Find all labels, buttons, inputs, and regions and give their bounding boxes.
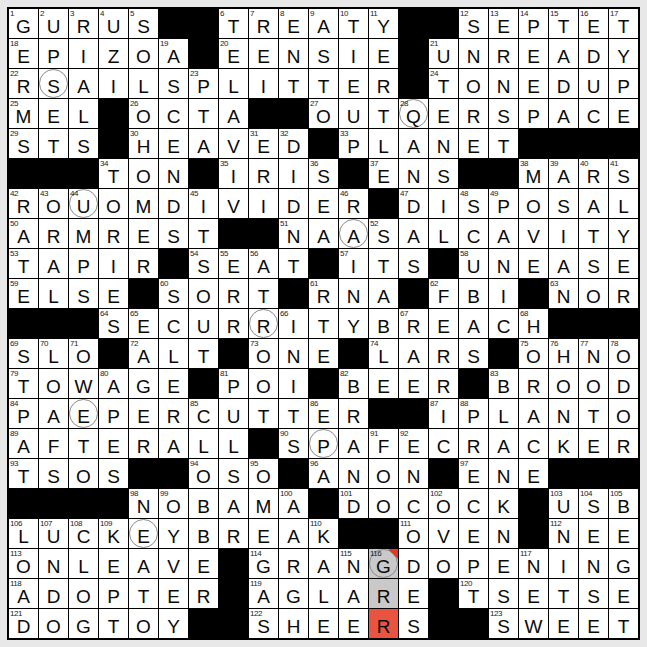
letter-cell[interactable]: E (459, 129, 488, 158)
letter-cell[interactable]: 91F (369, 429, 398, 458)
letter-cell[interactable]: T (249, 399, 278, 428)
letter-cell[interactable]: 93T (9, 459, 38, 488)
letter-cell[interactable]: 82B (339, 369, 368, 398)
letter-cell[interactable]: I (99, 69, 128, 98)
letter-cell[interactable]: 108C (69, 519, 98, 548)
letter-cell[interactable]: B (459, 279, 488, 308)
letter-cell[interactable]: 39A (549, 159, 578, 188)
letter-cell[interactable]: 66I (279, 309, 308, 338)
letter-cell[interactable]: 64S (99, 309, 128, 338)
letter-cell[interactable]: A (339, 429, 368, 458)
letter-cell[interactable]: A (219, 99, 248, 128)
letter-cell[interactable]: L (489, 399, 518, 428)
letter-cell[interactable]: 28Q (399, 99, 428, 128)
letter-cell[interactable]: S (159, 69, 188, 98)
letter-cell[interactable]: T (249, 279, 278, 308)
letter-cell[interactable]: 35I (219, 159, 248, 188)
letter-cell[interactable]: S (579, 249, 608, 278)
letter-cell[interactable]: O (549, 369, 578, 398)
letter-cell[interactable]: N (489, 69, 518, 98)
letter-cell[interactable]: 49P (489, 189, 518, 218)
letter-cell[interactable]: P (609, 69, 638, 98)
letter-cell[interactable]: I (99, 249, 128, 278)
letter-cell[interactable]: A (339, 579, 368, 608)
letter-cell[interactable]: R (249, 309, 278, 338)
letter-cell[interactable]: 18E (9, 39, 38, 68)
letter-cell[interactable]: T (369, 249, 398, 278)
letter-cell[interactable]: E (129, 399, 158, 428)
letter-cell[interactable]: D (39, 579, 68, 608)
letter-cell[interactable]: 80A (99, 369, 128, 398)
letter-cell[interactable]: L (369, 129, 398, 158)
letter-cell[interactable]: 71O (69, 339, 98, 368)
letter-cell[interactable]: 1G (9, 9, 38, 38)
letter-cell[interactable]: 43O (39, 189, 68, 218)
letter-cell[interactable]: A (549, 249, 578, 278)
letter-cell[interactable]: 73O (249, 339, 278, 368)
letter-cell[interactable]: 31E (249, 129, 278, 158)
letter-cell[interactable]: 42R (9, 189, 38, 218)
letter-cell[interactable]: E (399, 369, 428, 398)
letter-cell[interactable]: L (219, 429, 248, 458)
letter-cell[interactable]: R (39, 219, 68, 248)
letter-cell[interactable]: E (309, 609, 338, 638)
letter-cell[interactable]: E (309, 189, 338, 218)
letter-cell[interactable]: 21U (429, 39, 458, 68)
letter-cell[interactable]: I (429, 189, 458, 218)
letter-cell[interactable]: N (159, 159, 188, 188)
letter-cell[interactable]: T (309, 309, 338, 338)
letter-cell[interactable]: O (99, 189, 128, 218)
letter-cell[interactable]: 3R (69, 9, 98, 38)
letter-cell[interactable]: E (519, 69, 548, 98)
letter-cell[interactable]: O (579, 279, 608, 308)
letter-cell[interactable]: R (99, 219, 128, 248)
letter-cell[interactable]: 9A (309, 9, 338, 38)
letter-cell[interactable]: T (579, 399, 608, 428)
letter-cell[interactable]: E (339, 609, 368, 638)
letter-cell[interactable]: R (459, 99, 488, 128)
letter-cell[interactable]: E (99, 279, 128, 308)
letter-cell[interactable]: P (459, 549, 488, 578)
letter-cell[interactable]: N (339, 459, 368, 488)
letter-cell[interactable]: 34T (99, 159, 128, 188)
letter-cell[interactable]: 44U (69, 189, 98, 218)
letter-cell[interactable]: N (339, 279, 368, 308)
letter-cell[interactable]: 13E (489, 9, 518, 38)
letter-cell[interactable]: V (159, 549, 188, 578)
letter-cell[interactable]: I (279, 369, 308, 398)
letter-cell[interactable]: 104S (579, 489, 608, 518)
letter-cell[interactable]: S (399, 249, 428, 278)
letter-cell[interactable]: T (279, 399, 308, 428)
letter-cell[interactable]: 48S (459, 189, 488, 218)
letter-cell[interactable]: 119A (249, 579, 278, 608)
letter-cell[interactable]: A (309, 549, 338, 578)
letter-cell[interactable]: 10T (339, 9, 368, 38)
letter-cell[interactable]: E (579, 519, 608, 548)
letter-cell[interactable]: E (519, 579, 548, 608)
letter-cell[interactable]: 6T (219, 9, 248, 38)
letter-cell[interactable]: Y (159, 519, 188, 548)
letter-cell[interactable]: 114G (249, 549, 278, 578)
letter-cell[interactable]: S (579, 579, 608, 608)
letter-cell[interactable]: I (69, 39, 98, 68)
letter-cell[interactable]: R (429, 369, 458, 398)
letter-cell[interactable]: C (519, 429, 548, 458)
letter-cell[interactable]: 121D (9, 609, 38, 638)
letter-cell[interactable]: R (129, 429, 158, 458)
letter-cell[interactable]: U (339, 99, 368, 128)
letter-cell[interactable]: K (549, 429, 578, 458)
letter-cell[interactable]: A (549, 39, 578, 68)
letter-cell[interactable]: N (459, 39, 488, 68)
letter-cell[interactable]: O (369, 489, 398, 518)
letter-cell[interactable]: T (129, 579, 158, 608)
letter-cell[interactable]: E (579, 609, 608, 638)
letter-cell[interactable]: Y (159, 609, 188, 638)
letter-cell[interactable]: E (429, 99, 458, 128)
letter-cell[interactable]: E (159, 129, 188, 158)
letter-cell[interactable]: R (609, 429, 638, 458)
letter-cell[interactable]: N (579, 549, 608, 578)
letter-cell[interactable]: R (189, 579, 218, 608)
letter-cell[interactable]: 97E (459, 459, 488, 488)
letter-cell[interactable]: 99O (159, 489, 188, 518)
letter-cell[interactable]: T (69, 429, 98, 458)
letter-cell[interactable]: O (39, 369, 68, 398)
letter-cell[interactable]: O (369, 459, 398, 488)
letter-cell[interactable]: S (309, 39, 338, 68)
letter-cell[interactable]: K (489, 489, 518, 518)
letter-cell[interactable]: 79T (9, 369, 38, 398)
letter-cell[interactable]: R (129, 249, 158, 278)
letter-cell[interactable]: 33P (339, 129, 368, 158)
letter-cell[interactable]: O (579, 369, 608, 398)
letter-cell[interactable]: E (609, 249, 638, 278)
letter-cell[interactable]: N (279, 39, 308, 68)
letter-cell[interactable]: 120T (459, 579, 488, 608)
letter-cell[interactable]: 7R (249, 9, 278, 38)
letter-cell[interactable]: N (399, 159, 428, 188)
letter-cell[interactable]: 29S (9, 129, 38, 158)
letter-cell[interactable]: E (159, 579, 188, 608)
letter-cell[interactable]: E (519, 249, 548, 278)
letter-cell[interactable]: A (579, 189, 608, 218)
letter-cell[interactable]: O (249, 369, 278, 398)
letter-cell[interactable]: Y (339, 309, 368, 338)
letter-cell[interactable]: A (309, 219, 338, 248)
letter-cell[interactable]: P (39, 39, 68, 68)
letter-cell[interactable]: 89A (9, 429, 38, 458)
letter-cell[interactable]: 62F (429, 279, 458, 308)
letter-cell[interactable]: 5S (129, 9, 158, 38)
letter-cell[interactable]: E (339, 69, 368, 98)
letter-cell[interactable]: T (189, 99, 218, 128)
letter-cell[interactable]: S (219, 459, 248, 488)
letter-cell[interactable]: 51N (279, 219, 308, 248)
letter-cell[interactable]: A (489, 219, 518, 248)
letter-cell[interactable]: 60S (159, 279, 188, 308)
letter-cell[interactable]: A (489, 429, 518, 458)
letter-cell[interactable]: 15T (549, 9, 578, 38)
letter-cell[interactable]: 50A (9, 219, 38, 248)
letter-cell[interactable]: P (69, 249, 98, 278)
letter-cell[interactable]: A (339, 219, 368, 248)
letter-cell[interactable]: D (579, 39, 608, 68)
letter-cell[interactable]: 103U (549, 489, 578, 518)
letter-cell[interactable]: R (159, 399, 188, 428)
letter-cell[interactable]: 53T (9, 249, 38, 278)
letter-cell[interactable]: 38M (519, 159, 548, 188)
letter-cell[interactable]: T (369, 99, 398, 128)
letter-cell[interactable]: L (39, 279, 68, 308)
letter-cell[interactable]: S (39, 459, 68, 488)
letter-cell[interactable]: 74L (369, 339, 398, 368)
letter-cell[interactable]: N (39, 549, 68, 578)
letter-cell[interactable]: W (519, 609, 548, 638)
letter-cell[interactable]: O (129, 39, 158, 68)
letter-cell[interactable]: C (489, 309, 518, 338)
letter-cell[interactable]: D (609, 369, 638, 398)
letter-cell[interactable]: L (69, 549, 98, 578)
letter-cell[interactable]: M (249, 489, 278, 518)
letter-cell[interactable]: O (129, 609, 158, 638)
letter-cell[interactable]: 112N (549, 519, 578, 548)
letter-cell[interactable]: 58U (459, 249, 488, 278)
letter-cell[interactable]: A (369, 279, 398, 308)
letter-cell[interactable]: T (99, 609, 128, 638)
letter-cell[interactable]: 78O (609, 339, 638, 368)
letter-cell[interactable]: N (279, 339, 308, 368)
letter-cell[interactable]: L (69, 99, 98, 128)
letter-cell[interactable]: 26O (129, 99, 158, 128)
letter-cell[interactable]: C (159, 309, 188, 338)
letter-cell[interactable]: B (189, 519, 218, 548)
letter-cell[interactable]: I (489, 279, 518, 308)
letter-cell[interactable]: 92E (399, 429, 428, 458)
letter-cell[interactable]: R (339, 399, 368, 428)
letter-cell[interactable]: N (549, 399, 578, 428)
letter-cell[interactable]: H (279, 609, 308, 638)
letter-cell[interactable]: E (369, 39, 398, 68)
letter-cell[interactable]: C (399, 489, 428, 518)
letter-cell[interactable]: M (69, 219, 98, 248)
letter-cell[interactable]: E (129, 519, 158, 548)
letter-cell[interactable]: A (129, 549, 158, 578)
letter-cell[interactable]: B (369, 309, 398, 338)
letter-cell[interactable]: 65E (129, 309, 158, 338)
letter-cell[interactable]: E (609, 579, 638, 608)
letter-cell[interactable]: O (69, 579, 98, 608)
letter-cell[interactable]: D (399, 549, 428, 578)
letter-cell[interactable]: 109K (99, 519, 128, 548)
letter-cell[interactable]: S (429, 159, 458, 188)
letter-cell[interactable]: W (69, 369, 98, 398)
letter-cell[interactable]: E (99, 429, 128, 458)
letter-cell[interactable]: E (69, 399, 98, 428)
letter-cell[interactable]: R (489, 39, 518, 68)
letter-cell[interactable]: N (489, 519, 518, 548)
letter-cell[interactable]: 76H (549, 339, 578, 368)
letter-cell[interactable]: 17T (609, 9, 638, 38)
letter-cell[interactable]: T (609, 609, 638, 638)
letter-cell[interactable]: C (459, 489, 488, 518)
letter-cell[interactable]: E (129, 219, 158, 248)
letter-cell[interactable]: 8E (279, 9, 308, 38)
letter-cell[interactable]: N (399, 459, 428, 488)
letter-cell[interactable]: I (549, 219, 578, 248)
letter-cell[interactable]: D (279, 189, 308, 218)
letter-cell[interactable]: 24T (429, 69, 458, 98)
letter-cell[interactable]: E (159, 369, 188, 398)
letter-cell[interactable]: 81P (219, 369, 248, 398)
letter-cell[interactable]: 68H (519, 309, 548, 338)
letter-cell[interactable]: 52S (369, 219, 398, 248)
letter-cell[interactable]: D (549, 69, 578, 98)
letter-cell[interactable]: S (489, 579, 518, 608)
letter-cell[interactable]: R (609, 279, 638, 308)
letter-cell[interactable]: C (459, 219, 488, 248)
letter-cell[interactable]: 37E (369, 159, 398, 188)
letter-cell[interactable]: N (489, 249, 518, 278)
letter-cell[interactable]: A (159, 429, 188, 458)
letter-cell[interactable]: E (189, 549, 218, 578)
letter-cell[interactable]: T (549, 579, 578, 608)
letter-cell[interactable]: A (39, 399, 68, 428)
letter-cell[interactable]: U (219, 399, 248, 428)
letter-cell[interactable]: E (609, 99, 638, 128)
letter-cell[interactable]: 84P (9, 399, 38, 428)
letter-cell[interactable]: E (99, 549, 128, 578)
letter-cell[interactable]: E (399, 579, 428, 608)
letter-cell[interactable]: E (579, 429, 608, 458)
letter-cell[interactable]: 122S (249, 609, 278, 638)
letter-cell[interactable]: 54S (189, 249, 218, 278)
letter-cell[interactable]: R (459, 429, 488, 458)
letter-cell[interactable]: O (69, 459, 98, 488)
letter-cell[interactable]: 12S (459, 9, 488, 38)
letter-cell[interactable]: V (219, 189, 248, 218)
letter-cell[interactable]: T (489, 129, 518, 158)
letter-cell[interactable]: C (429, 429, 458, 458)
letter-cell[interactable]: T (279, 69, 308, 98)
letter-cell[interactable]: M (129, 189, 158, 218)
letter-cell[interactable]: T (309, 69, 338, 98)
letter-cell[interactable]: 123S (489, 609, 518, 638)
letter-cell[interactable]: R (219, 309, 248, 338)
letter-cell[interactable]: 56A (249, 249, 278, 278)
letter-cell[interactable]: L (219, 69, 248, 98)
letter-cell[interactable]: 47D (399, 189, 428, 218)
letter-cell[interactable]: E (249, 519, 278, 548)
letter-cell[interactable]: P (99, 579, 128, 608)
letter-cell[interactable]: B (189, 489, 218, 518)
letter-cell[interactable]: Z (99, 39, 128, 68)
letter-cell[interactable]: 67R (399, 309, 428, 338)
letter-cell[interactable]: V (219, 129, 248, 158)
letter-cell[interactable]: 59E (9, 279, 38, 308)
letter-cell[interactable]: L (159, 339, 188, 368)
letter-cell[interactable]: E (39, 99, 68, 128)
letter-cell[interactable]: 16E (579, 9, 608, 38)
letter-cell[interactable]: T (39, 129, 68, 158)
letter-cell[interactable]: A (549, 99, 578, 128)
letter-cell[interactable]: 69S (9, 339, 38, 368)
letter-cell[interactable]: N (429, 129, 458, 158)
letter-cell[interactable]: 102O (429, 489, 458, 518)
letter-cell[interactable]: A (39, 249, 68, 278)
letter-cell[interactable]: 118A (9, 579, 38, 608)
letter-cell[interactable]: V (519, 219, 548, 248)
letter-cell[interactable]: 14P (519, 9, 548, 38)
letter-cell[interactable]: 110K (309, 519, 338, 548)
letter-cell[interactable]: 88P (459, 399, 488, 428)
letter-cell[interactable]: R (429, 339, 458, 368)
letter-cell[interactable]: 86E (309, 399, 338, 428)
letter-cell[interactable]: I (249, 69, 278, 98)
letter-cell[interactable]: O (129, 159, 158, 188)
letter-cell[interactable]: R (519, 369, 548, 398)
letter-cell[interactable]: 77N (579, 339, 608, 368)
letter-cell[interactable]: 40R (579, 159, 608, 188)
letter-cell[interactable]: O (519, 189, 548, 218)
letter-cell[interactable]: A (399, 129, 428, 158)
letter-cell[interactable]: 41S (609, 159, 638, 188)
letter-cell[interactable]: S (459, 339, 488, 368)
letter-cell[interactable]: E (309, 339, 338, 368)
letter-cell[interactable]: 61R (309, 279, 338, 308)
letter-cell[interactable]: I (549, 549, 578, 578)
letter-cell[interactable]: 72A (129, 339, 158, 368)
letter-cell[interactable]: 20E (219, 39, 248, 68)
letter-cell[interactable]: 100A (279, 489, 308, 518)
letter-cell[interactable]: A (459, 309, 488, 338)
letter-cell[interactable]: 101D (339, 489, 368, 518)
letter-cell[interactable]: 19A (159, 39, 188, 68)
letter-cell[interactable]: P (99, 399, 128, 428)
letter-cell[interactable]: O (189, 279, 218, 308)
letter-cell[interactable]: T (579, 219, 608, 248)
letter-cell[interactable]: A (519, 399, 548, 428)
letter-cell[interactable]: S (549, 189, 578, 218)
letter-cell[interactable]: O (39, 609, 68, 638)
letter-cell[interactable]: T (189, 219, 218, 248)
letter-cell[interactable]: 116G (369, 549, 398, 578)
letter-cell[interactable]: 90S (279, 429, 308, 458)
letter-cell[interactable]: G (69, 609, 98, 638)
letter-cell[interactable]: 115N (339, 549, 368, 578)
letter-cell[interactable]: S (159, 219, 188, 248)
letter-cell[interactable]: R (249, 159, 278, 188)
letter-cell[interactable]: S (399, 609, 428, 638)
letter-cell[interactable]: 46R (339, 189, 368, 218)
letter-cell[interactable]: R (219, 279, 248, 308)
letter-cell[interactable]: E (459, 519, 488, 548)
letter-cell[interactable]: 36S (309, 159, 338, 188)
letter-cell[interactable]: T (279, 249, 308, 278)
letter-cell[interactable]: S (99, 459, 128, 488)
letter-cell[interactable]: 106L (9, 519, 38, 548)
letter-cell[interactable]: 2U (39, 9, 68, 38)
letter-cell[interactable]: F (39, 429, 68, 458)
letter-cell[interactable]: V (429, 519, 458, 548)
letter-cell[interactable]: 111O (399, 519, 428, 548)
letter-cell[interactable]: 96A (309, 459, 338, 488)
letter-cell[interactable]: U (189, 309, 218, 338)
letter-cell[interactable]: I (339, 39, 368, 68)
letter-cell[interactable]: 83B (489, 369, 518, 398)
